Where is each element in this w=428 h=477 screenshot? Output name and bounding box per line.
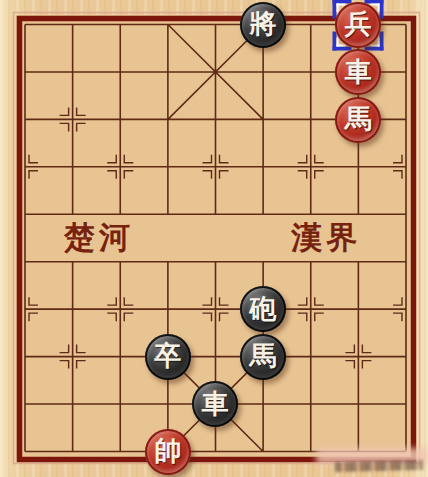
- piece-glyph: 帥: [154, 437, 181, 464]
- red-soldier-piece[interactable]: 兵: [335, 2, 381, 48]
- black-cannon-piece[interactable]: 砲: [240, 286, 286, 332]
- board-cell: 馬: [239, 333, 287, 380]
- piece-glyph: 馬: [249, 342, 276, 369]
- board-cell: 兵: [334, 1, 382, 48]
- board-cell: 卒: [144, 333, 192, 380]
- red-horse-piece[interactable]: 馬: [335, 97, 381, 143]
- black-chariot-piece[interactable]: 車: [192, 381, 238, 427]
- black-general-piece[interactable]: 將: [240, 2, 286, 48]
- piece-glyph: 砲: [249, 295, 276, 322]
- red-general-piece[interactable]: 帥: [145, 429, 191, 475]
- board-cell: 帥: [144, 428, 192, 475]
- piece-glyph: 馬: [345, 105, 372, 132]
- piece-glyph: 卒: [154, 342, 181, 369]
- piece-grid: 將兵車馬砲卒馬車帥: [1, 1, 428, 475]
- black-soldier-piece[interactable]: 卒: [145, 334, 191, 380]
- piece-glyph: 兵: [345, 10, 372, 37]
- red-chariot-piece[interactable]: 車: [335, 49, 381, 95]
- black-horse-piece[interactable]: 馬: [240, 334, 286, 380]
- piece-glyph: 車: [345, 58, 372, 85]
- board-cell: 將: [239, 1, 287, 48]
- board-cell: 車: [192, 381, 240, 428]
- xiangqi-game-screen: 楚河 漢界 將兵車馬砲卒馬車帥: [0, 0, 428, 477]
- piece-glyph: 車: [202, 390, 229, 417]
- piece-glyph: 將: [249, 10, 276, 37]
- board-cell: 馬: [334, 96, 382, 143]
- board-cell: 砲: [239, 286, 287, 333]
- board-cell: 車: [334, 48, 382, 95]
